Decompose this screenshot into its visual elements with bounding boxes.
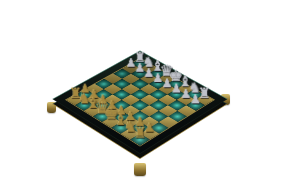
board-foot-bottom	[134, 163, 146, 176]
square-h1: ♜	[130, 134, 149, 146]
board-grid: ♜♞♝♛♚♝♞♜♟♟♟♟♟♟♟♟♟♟♟♟♟♟♟♟♜♞♝♛♚♝♞♜	[66, 59, 213, 146]
piece-gold-rook: ♜	[133, 125, 146, 140]
piece-silver-pawn: ♟	[190, 93, 201, 105]
chess-set-photo: ♜♞♝♛♚♝♞♜♟♟♟♟♟♟♟♟♟♟♟♟♟♟♟♟♜♞♝♛♚♝♞♜	[0, 0, 290, 194]
board-frame: ♜♞♝♛♚♝♞♜♟♟♟♟♟♟♟♟♟♟♟♟♟♟♟♟♜♞♝♛♚♝♞♜	[52, 51, 227, 155]
square-h6	[177, 105, 196, 116]
